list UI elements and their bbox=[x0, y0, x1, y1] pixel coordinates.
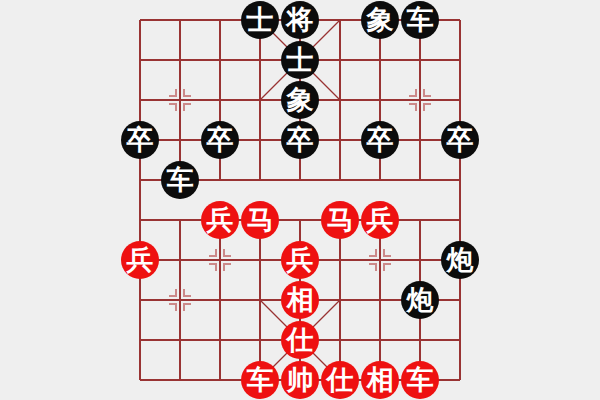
pieces-layer: 士将象车士象卒卒卒卒卒车兵马马兵兵兵炮相炮仕车帅仕相车 bbox=[0, 0, 600, 400]
black-advisor[interactable]: 士 bbox=[281, 41, 319, 79]
red-chariot[interactable]: 车 bbox=[241, 361, 279, 399]
red-soldier[interactable]: 兵 bbox=[281, 241, 319, 279]
black-chariot[interactable]: 车 bbox=[401, 1, 439, 39]
red-advisor[interactable]: 仕 bbox=[281, 321, 319, 359]
black-advisor[interactable]: 士 bbox=[241, 1, 279, 39]
red-soldier[interactable]: 兵 bbox=[201, 201, 239, 239]
red-horse[interactable]: 马 bbox=[321, 201, 359, 239]
red-horse[interactable]: 马 bbox=[241, 201, 279, 239]
black-cannon[interactable]: 炮 bbox=[441, 241, 479, 279]
black-soldier[interactable]: 卒 bbox=[281, 121, 319, 159]
black-elephant[interactable]: 象 bbox=[361, 1, 399, 39]
black-soldier[interactable]: 卒 bbox=[441, 121, 479, 159]
xiangqi-app: 士将象车士象卒卒卒卒卒车兵马马兵兵兵炮相炮仕车帅仕相车 bbox=[0, 0, 600, 400]
red-advisor[interactable]: 仕 bbox=[321, 361, 359, 399]
black-soldier[interactable]: 卒 bbox=[361, 121, 399, 159]
red-general[interactable]: 帅 bbox=[281, 361, 319, 399]
red-chariot[interactable]: 车 bbox=[401, 361, 439, 399]
red-elephant[interactable]: 相 bbox=[361, 361, 399, 399]
black-elephant[interactable]: 象 bbox=[281, 81, 319, 119]
black-general[interactable]: 将 bbox=[281, 1, 319, 39]
black-soldier[interactable]: 卒 bbox=[201, 121, 239, 159]
red-soldier[interactable]: 兵 bbox=[121, 241, 159, 279]
black-cannon[interactable]: 炮 bbox=[401, 281, 439, 319]
red-elephant[interactable]: 相 bbox=[281, 281, 319, 319]
black-soldier[interactable]: 卒 bbox=[121, 121, 159, 159]
red-soldier[interactable]: 兵 bbox=[361, 201, 399, 239]
black-chariot[interactable]: 车 bbox=[161, 161, 199, 199]
